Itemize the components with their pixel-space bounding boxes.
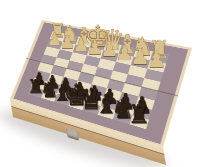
white-pawn-a2[interactable]: ♟ [146, 49, 166, 71]
pieces-layer: ♜♞♝♛♚♝♞♜♟♟♟♟♟♟♟♟♟♟♟♟♟♟♟♟♜♞♝♛♚♝♞♜ [0, 0, 200, 167]
chess-set-photo: ♜♞♝♛♚♝♞♜♟♟♟♟♟♟♟♟♟♟♟♟♟♟♟♟♜♞♝♛♚♝♞♜ [0, 0, 200, 167]
black-rook-a8[interactable]: ♜ [128, 102, 151, 127]
